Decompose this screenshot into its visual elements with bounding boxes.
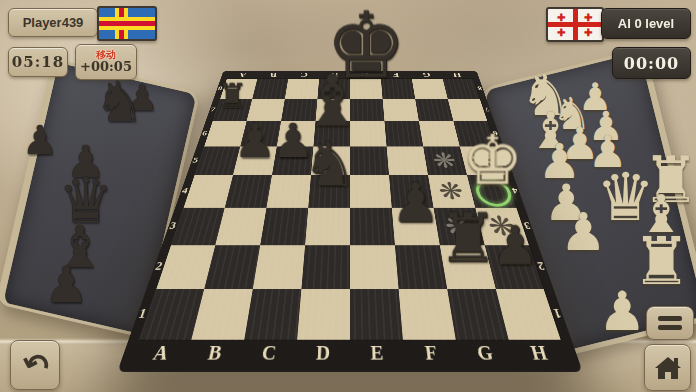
aland-flag — [97, 6, 157, 41]
player-name-plate: Player439 — [8, 8, 98, 37]
player-name: Player439 — [23, 15, 84, 30]
file-label-near: C — [239, 337, 297, 368]
menu-button[interactable] — [646, 306, 694, 340]
menu-bar-icon — [658, 316, 682, 321]
ai-level-plate: AI 0 level — [601, 8, 691, 39]
player-clock-value: 05:18 — [12, 53, 64, 71]
file-label-near: B — [184, 337, 244, 368]
home-button[interactable] — [644, 344, 691, 391]
georgia-mini-cross-icon: ✚ — [584, 28, 592, 38]
file-label-near: A — [129, 337, 192, 368]
move-increment-plate: 移动 +00:05 — [75, 44, 137, 80]
black-pawn-glyph: ♟ — [434, 219, 596, 272]
home-icon — [655, 357, 681, 379]
captured-black-pawn: ♟ — [44, 260, 89, 310]
rank-label-right: 8 — [476, 86, 484, 91]
ai-level-label: AI 0 level — [618, 16, 674, 31]
undo-button[interactable]: ↶ — [10, 340, 60, 390]
georgia-mini-cross-icon: ✚ — [557, 28, 565, 38]
ai-clock: 00:00 — [612, 47, 691, 79]
menu-bar-icon — [658, 325, 682, 330]
file-label-near: H — [508, 337, 571, 368]
georgia-mini-cross-icon: ✚ — [584, 13, 592, 23]
undo-icon: ↶ — [17, 346, 52, 385]
captured-black-pawn: ♟ — [22, 120, 58, 160]
captured-white-pawn: ♟ — [598, 284, 646, 338]
georgia-mini-cross-icon: ✚ — [557, 13, 565, 23]
file-label-near: G — [455, 337, 515, 368]
move-increment: +00:05 — [80, 60, 132, 74]
file-label-near: F — [403, 337, 461, 368]
file-label-near: E — [350, 337, 405, 368]
piece-black-pawn-h2[interactable]: ♟ — [485, 245, 545, 289]
file-label-near: D — [295, 337, 350, 368]
georgia-flag: ✚✚✚✚ — [546, 7, 604, 42]
ai-clock-value: 00:00 — [624, 54, 679, 73]
file-label-far: H — [441, 71, 474, 79]
captured-black-knight: ♞ — [94, 74, 144, 130]
player-clock: 05:18 — [8, 47, 68, 77]
